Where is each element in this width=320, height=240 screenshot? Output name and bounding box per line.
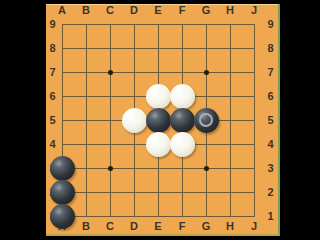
- intersection-A2[interactable]: [50, 180, 74, 204]
- intersection-E2[interactable]: [146, 180, 170, 204]
- intersection-A5[interactable]: [50, 108, 74, 132]
- white-stone-D5: [122, 108, 147, 133]
- white-stone-F4: [170, 132, 195, 157]
- intersection-H7[interactable]: [218, 60, 242, 84]
- intersection-D6[interactable]: [122, 84, 146, 108]
- intersection-E6[interactable]: [146, 84, 170, 108]
- intersection-G4[interactable]: [194, 132, 218, 156]
- intersection-J1[interactable]: [242, 204, 266, 228]
- intersection-D8[interactable]: [122, 36, 146, 60]
- intersection-D1[interactable]: [122, 204, 146, 228]
- board-bottom-edge-artifact: [46, 234, 280, 236]
- intersection-J2[interactable]: [242, 180, 266, 204]
- black-stone-A3: [50, 156, 75, 181]
- intersection-J5[interactable]: [242, 108, 266, 132]
- black-stone-A2: [50, 180, 75, 205]
- intersection-C8[interactable]: [98, 36, 122, 60]
- intersection-D5[interactable]: [122, 108, 146, 132]
- intersection-E9[interactable]: [146, 12, 170, 36]
- board-top-edge-artifact: [46, 4, 280, 5]
- intersection-E7[interactable]: [146, 60, 170, 84]
- intersection-C5[interactable]: [98, 108, 122, 132]
- black-stone-A1: [50, 204, 75, 229]
- intersection-D9[interactable]: [122, 12, 146, 36]
- intersection-G9[interactable]: [194, 12, 218, 36]
- intersection-D7[interactable]: [122, 60, 146, 84]
- intersection-F4[interactable]: [170, 132, 194, 156]
- intersection-E3[interactable]: [146, 156, 170, 180]
- intersection-F1[interactable]: [170, 204, 194, 228]
- black-stone-E5: [146, 108, 171, 133]
- intersection-H4[interactable]: [218, 132, 242, 156]
- black-stone-F5: [170, 108, 195, 133]
- intersection-H5[interactable]: [218, 108, 242, 132]
- go-board: ABCDEFGHJ ABCDEFGHJ 987654321 987654321: [46, 4, 280, 236]
- intersection-E4[interactable]: [146, 132, 170, 156]
- intersection-H1[interactable]: [218, 204, 242, 228]
- last-move-marker: [199, 113, 213, 127]
- intersection-B2[interactable]: [74, 180, 98, 204]
- intersection-B3[interactable]: [74, 156, 98, 180]
- intersection-B5[interactable]: [74, 108, 98, 132]
- intersection-H9[interactable]: [218, 12, 242, 36]
- intersection-F8[interactable]: [170, 36, 194, 60]
- intersection-B1[interactable]: [74, 204, 98, 228]
- intersection-G7[interactable]: [194, 60, 218, 84]
- intersection-H6[interactable]: [218, 84, 242, 108]
- star-point-G3: [204, 166, 209, 171]
- intersection-H8[interactable]: [218, 36, 242, 60]
- intersection-B6[interactable]: [74, 84, 98, 108]
- intersection-F2[interactable]: [170, 180, 194, 204]
- intersection-C9[interactable]: [98, 12, 122, 36]
- intersection-A9[interactable]: [50, 12, 74, 36]
- black-stone-G5: [194, 108, 219, 133]
- intersection-B8[interactable]: [74, 36, 98, 60]
- star-point-G7: [204, 70, 209, 75]
- intersection-D4[interactable]: [122, 132, 146, 156]
- intersection-F6[interactable]: [170, 84, 194, 108]
- white-stone-E6: [146, 84, 171, 109]
- intersection-A6[interactable]: [50, 84, 74, 108]
- board-grid: [50, 12, 266, 228]
- intersection-J8[interactable]: [242, 36, 266, 60]
- intersection-D2[interactable]: [122, 180, 146, 204]
- intersection-C3[interactable]: [98, 156, 122, 180]
- video-frame: ABCDEFGHJ ABCDEFGHJ 987654321 987654321: [0, 0, 320, 240]
- intersection-F7[interactable]: [170, 60, 194, 84]
- intersection-F5[interactable]: [170, 108, 194, 132]
- intersection-H2[interactable]: [218, 180, 242, 204]
- intersection-A7[interactable]: [50, 60, 74, 84]
- intersection-G5[interactable]: [194, 108, 218, 132]
- star-point-C7: [108, 70, 113, 75]
- intersection-F3[interactable]: [170, 156, 194, 180]
- intersection-J7[interactable]: [242, 60, 266, 84]
- intersection-G2[interactable]: [194, 180, 218, 204]
- intersection-G6[interactable]: [194, 84, 218, 108]
- intersection-B7[interactable]: [74, 60, 98, 84]
- intersection-E5[interactable]: [146, 108, 170, 132]
- intersection-G1[interactable]: [194, 204, 218, 228]
- intersection-C7[interactable]: [98, 60, 122, 84]
- intersection-A1[interactable]: [50, 204, 74, 228]
- intersection-A3[interactable]: [50, 156, 74, 180]
- intersection-J4[interactable]: [242, 132, 266, 156]
- star-point-C3: [108, 166, 113, 171]
- intersection-G8[interactable]: [194, 36, 218, 60]
- intersection-B4[interactable]: [74, 132, 98, 156]
- intersection-E1[interactable]: [146, 204, 170, 228]
- intersection-B9[interactable]: [74, 12, 98, 36]
- intersection-J3[interactable]: [242, 156, 266, 180]
- intersection-J6[interactable]: [242, 84, 266, 108]
- intersection-E8[interactable]: [146, 36, 170, 60]
- intersection-H3[interactable]: [218, 156, 242, 180]
- intersection-A4[interactable]: [50, 132, 74, 156]
- white-stone-F6: [170, 84, 195, 109]
- intersection-A8[interactable]: [50, 36, 74, 60]
- intersection-J9[interactable]: [242, 12, 266, 36]
- intersection-F9[interactable]: [170, 12, 194, 36]
- white-stone-E4: [146, 132, 171, 157]
- intersection-C4[interactable]: [98, 132, 122, 156]
- intersection-C2[interactable]: [98, 180, 122, 204]
- intersection-G3[interactable]: [194, 156, 218, 180]
- intersection-C6[interactable]: [98, 84, 122, 108]
- intersection-D3[interactable]: [122, 156, 146, 180]
- board-right-edge-artifact: [278, 4, 280, 236]
- intersection-C1[interactable]: [98, 204, 122, 228]
